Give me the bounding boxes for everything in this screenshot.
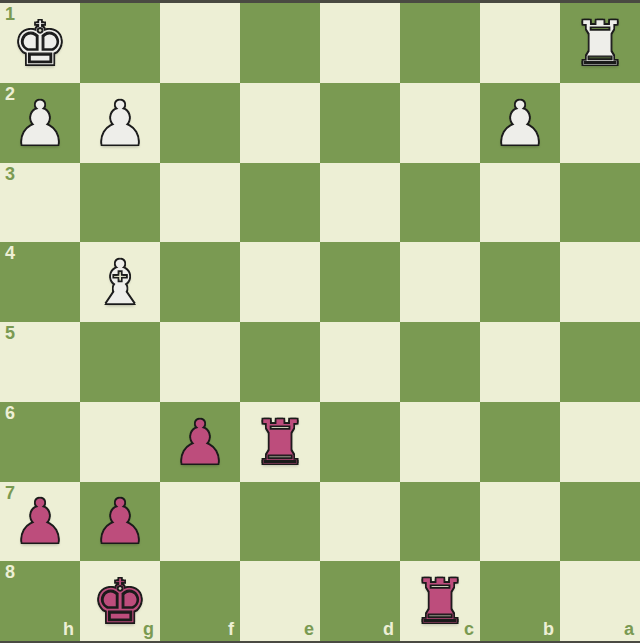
white-bishop[interactable]: ♝ [92, 252, 148, 314]
square-f5[interactable] [160, 322, 240, 402]
square-e7[interactable] [240, 482, 320, 562]
square-b7[interactable] [480, 482, 560, 562]
square-c3[interactable] [400, 163, 480, 243]
square-h3[interactable]: 3 [0, 163, 80, 243]
black-pawn[interactable]: ♟ [92, 491, 148, 553]
square-h8[interactable]: 8h [0, 561, 80, 641]
square-b6[interactable] [480, 402, 560, 482]
square-e8[interactable]: e [240, 561, 320, 641]
square-f3[interactable] [160, 163, 240, 243]
square-e5[interactable] [240, 322, 320, 402]
square-e2[interactable] [240, 83, 320, 163]
rank-label-3: 3 [5, 165, 15, 185]
square-c1[interactable] [400, 3, 480, 83]
square-d4[interactable] [320, 242, 400, 322]
square-b8[interactable]: b [480, 561, 560, 641]
square-h5[interactable]: 5 [0, 322, 80, 402]
square-g1[interactable] [80, 3, 160, 83]
square-e4[interactable] [240, 242, 320, 322]
square-h7[interactable]: 7♟ [0, 482, 80, 562]
square-h4[interactable]: 4 [0, 242, 80, 322]
square-f4[interactable] [160, 242, 240, 322]
chess-board: 1♚♜2♟♟♟34♝56♟♜7♟♟8hg♚fedc♜ba [0, 3, 640, 641]
square-e6[interactable]: ♜ [240, 402, 320, 482]
square-g6[interactable] [80, 402, 160, 482]
square-h1[interactable]: 1♚ [0, 3, 80, 83]
square-c2[interactable] [400, 83, 480, 163]
square-f2[interactable] [160, 83, 240, 163]
square-c7[interactable] [400, 482, 480, 562]
square-g7[interactable]: ♟ [80, 482, 160, 562]
black-pawn[interactable]: ♟ [172, 412, 228, 474]
square-f8[interactable]: f [160, 561, 240, 641]
file-label-h: h [63, 620, 74, 640]
square-a1[interactable]: ♜ [560, 3, 640, 83]
white-pawn[interactable]: ♟ [92, 93, 148, 155]
white-king[interactable]: ♚ [12, 13, 68, 75]
square-f1[interactable] [160, 3, 240, 83]
rank-label-6: 6 [5, 404, 15, 424]
square-h2[interactable]: 2♟ [0, 83, 80, 163]
square-e3[interactable] [240, 163, 320, 243]
square-d2[interactable] [320, 83, 400, 163]
square-a5[interactable] [560, 322, 640, 402]
square-c4[interactable] [400, 242, 480, 322]
square-b5[interactable] [480, 322, 560, 402]
white-pawn[interactable]: ♟ [492, 93, 548, 155]
square-c5[interactable] [400, 322, 480, 402]
square-b2[interactable]: ♟ [480, 83, 560, 163]
square-b4[interactable] [480, 242, 560, 322]
square-a3[interactable] [560, 163, 640, 243]
black-pawn[interactable]: ♟ [12, 491, 68, 553]
square-d8[interactable]: d [320, 561, 400, 641]
square-a7[interactable] [560, 482, 640, 562]
square-a4[interactable] [560, 242, 640, 322]
square-d1[interactable] [320, 3, 400, 83]
square-d5[interactable] [320, 322, 400, 402]
rank-label-5: 5 [5, 324, 15, 344]
square-g3[interactable] [80, 163, 160, 243]
square-g5[interactable] [80, 322, 160, 402]
square-f6[interactable]: ♟ [160, 402, 240, 482]
square-d3[interactable] [320, 163, 400, 243]
square-f7[interactable] [160, 482, 240, 562]
chess-board-frame: 1♚♜2♟♟♟34♝56♟♜7♟♟8hg♚fedc♜ba [0, 0, 640, 643]
square-d6[interactable] [320, 402, 400, 482]
white-rook[interactable]: ♜ [572, 13, 628, 75]
square-a8[interactable]: a [560, 561, 640, 641]
square-c8[interactable]: c♜ [400, 561, 480, 641]
rank-label-8: 8 [5, 563, 15, 583]
file-label-f: f [228, 620, 234, 640]
square-h6[interactable]: 6 [0, 402, 80, 482]
square-a6[interactable] [560, 402, 640, 482]
square-b1[interactable] [480, 3, 560, 83]
square-g4[interactable]: ♝ [80, 242, 160, 322]
square-g8[interactable]: g♚ [80, 561, 160, 641]
square-d7[interactable] [320, 482, 400, 562]
file-label-a: a [624, 620, 634, 640]
file-label-e: e [304, 620, 314, 640]
square-b3[interactable] [480, 163, 560, 243]
square-g2[interactable]: ♟ [80, 83, 160, 163]
square-e1[interactable] [240, 3, 320, 83]
white-pawn[interactable]: ♟ [12, 93, 68, 155]
square-c6[interactable] [400, 402, 480, 482]
square-a2[interactable] [560, 83, 640, 163]
rank-label-4: 4 [5, 244, 15, 264]
black-king[interactable]: ♚ [92, 571, 148, 633]
black-rook[interactable]: ♜ [252, 412, 308, 474]
black-rook[interactable]: ♜ [412, 571, 468, 633]
file-label-b: b [543, 620, 554, 640]
file-label-d: d [383, 620, 394, 640]
